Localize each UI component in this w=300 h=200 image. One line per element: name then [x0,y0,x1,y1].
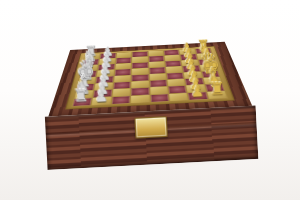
chess-board: ♜♟♟♜♞♟♟♞♝♟♟♝♛♟♟♛♚♟♟♚♝♟♟♝♞♟♟♞♜♟♟♜ [71,48,228,107]
board-square: ♟ [185,78,204,85]
silver-pawn: ♟ [100,56,112,69]
board-square: ♟ [100,53,116,59]
board-square [114,69,131,76]
silver-king: ♚ [76,62,95,83]
brass-clasp [134,116,168,139]
gold-pawn: ♟ [187,64,200,78]
gold-pawn: ♟ [184,52,196,65]
board-square [149,61,165,67]
brass-frame: ♜♟♟♜♞♟♟♞♝♟♟♝♛♟♟♛♚♟♟♚♝♟♟♝♞♟♟♞♜♟♟♜ [65,46,235,109]
board-square: ♜ [195,48,211,54]
board-square [149,67,166,74]
board-square: ♚ [201,71,219,78]
gold-pawn: ♟ [183,47,195,60]
board-square [164,55,180,61]
board-square: ♞ [205,84,225,92]
board-square: ♝ [81,65,98,71]
board-square [112,89,130,97]
gold-pawn: ♟ [185,58,197,72]
board-square [169,93,188,101]
board-square [164,50,180,56]
board-square [115,63,131,69]
perspective-stage: ♜♟♟♜♞♟♟♞♝♟♟♝♛♟♟♛♚♟♟♚♝♟♟♝♞♟♟♞♜♟♟♜ [0,0,300,200]
board-square: ♟ [96,76,113,83]
board-square: ♟ [180,54,197,60]
board-square: ♟ [186,85,205,93]
product-photo-scene: ♜♟♟♜♞♟♟♞♝♟♟♝♛♟♟♛♚♟♟♚♝♟♟♝♞♟♟♞♜♟♟♜ [0,0,300,200]
board-square [132,57,147,63]
board-square [132,51,147,57]
board-square: ♟ [92,97,111,105]
case-front-panel [45,106,259,170]
board-square [148,51,163,57]
gold-knight: ♞ [198,43,212,59]
board-square: ♝ [198,59,215,65]
silver-queen: ♛ [79,57,97,77]
board-square: ♜ [73,98,93,106]
board-square: ♞ [197,53,214,59]
board-square: ♟ [98,64,115,70]
gold-queen: ♛ [200,51,218,71]
gold-king: ♚ [201,55,220,76]
board-square: ♜ [207,91,227,99]
tilt-wrapper: ♜♟♟♜♞♟♟♞♝♟♟♝♛♟♟♛♚♟♟♚♝♟♟♝♞♟♟♞♜♟♟♜ [0,0,300,200]
board-square: ♟ [99,58,115,64]
board-square [132,74,149,81]
board-square [131,95,149,103]
board-square: ♟ [182,60,199,66]
silver-pawn: ♟ [99,62,111,76]
board-square: ♟ [97,70,114,77]
board-square [116,52,131,58]
board-square: ♟ [188,92,208,100]
board-square: ♟ [179,49,195,55]
board-square [166,66,183,73]
board-square: ♛ [80,71,97,78]
wooden-case-lid: ♜♟♟♜♞♟♟♞♝♟♟♝♛♟♟♛♚♟♟♚♝♟♟♝♞♟♟♞♜♟♟♜ [48,42,252,117]
board-square: ♟ [183,65,200,72]
silver-pawn: ♟ [102,46,113,59]
silver-pawn: ♟ [98,68,111,82]
silver-knight: ♞ [83,49,97,65]
silver-rook: ♜ [85,45,98,59]
board-square: ♞ [83,59,99,65]
board-square [148,56,164,62]
silver-pawn: ♟ [101,51,113,64]
board-square [150,87,168,95]
board-square: ♛ [200,65,218,72]
gold-rook: ♜ [197,39,210,53]
board-square [116,58,132,64]
board-square [150,94,169,102]
silver-bishop: ♝ [82,54,97,70]
board-square [132,62,148,68]
gold-pawn: ♟ [182,41,193,54]
board-square [132,68,148,75]
board-square [112,96,131,104]
gold-bishop: ♝ [199,48,214,64]
board-square [165,61,182,67]
board-square: ♜ [84,54,100,60]
